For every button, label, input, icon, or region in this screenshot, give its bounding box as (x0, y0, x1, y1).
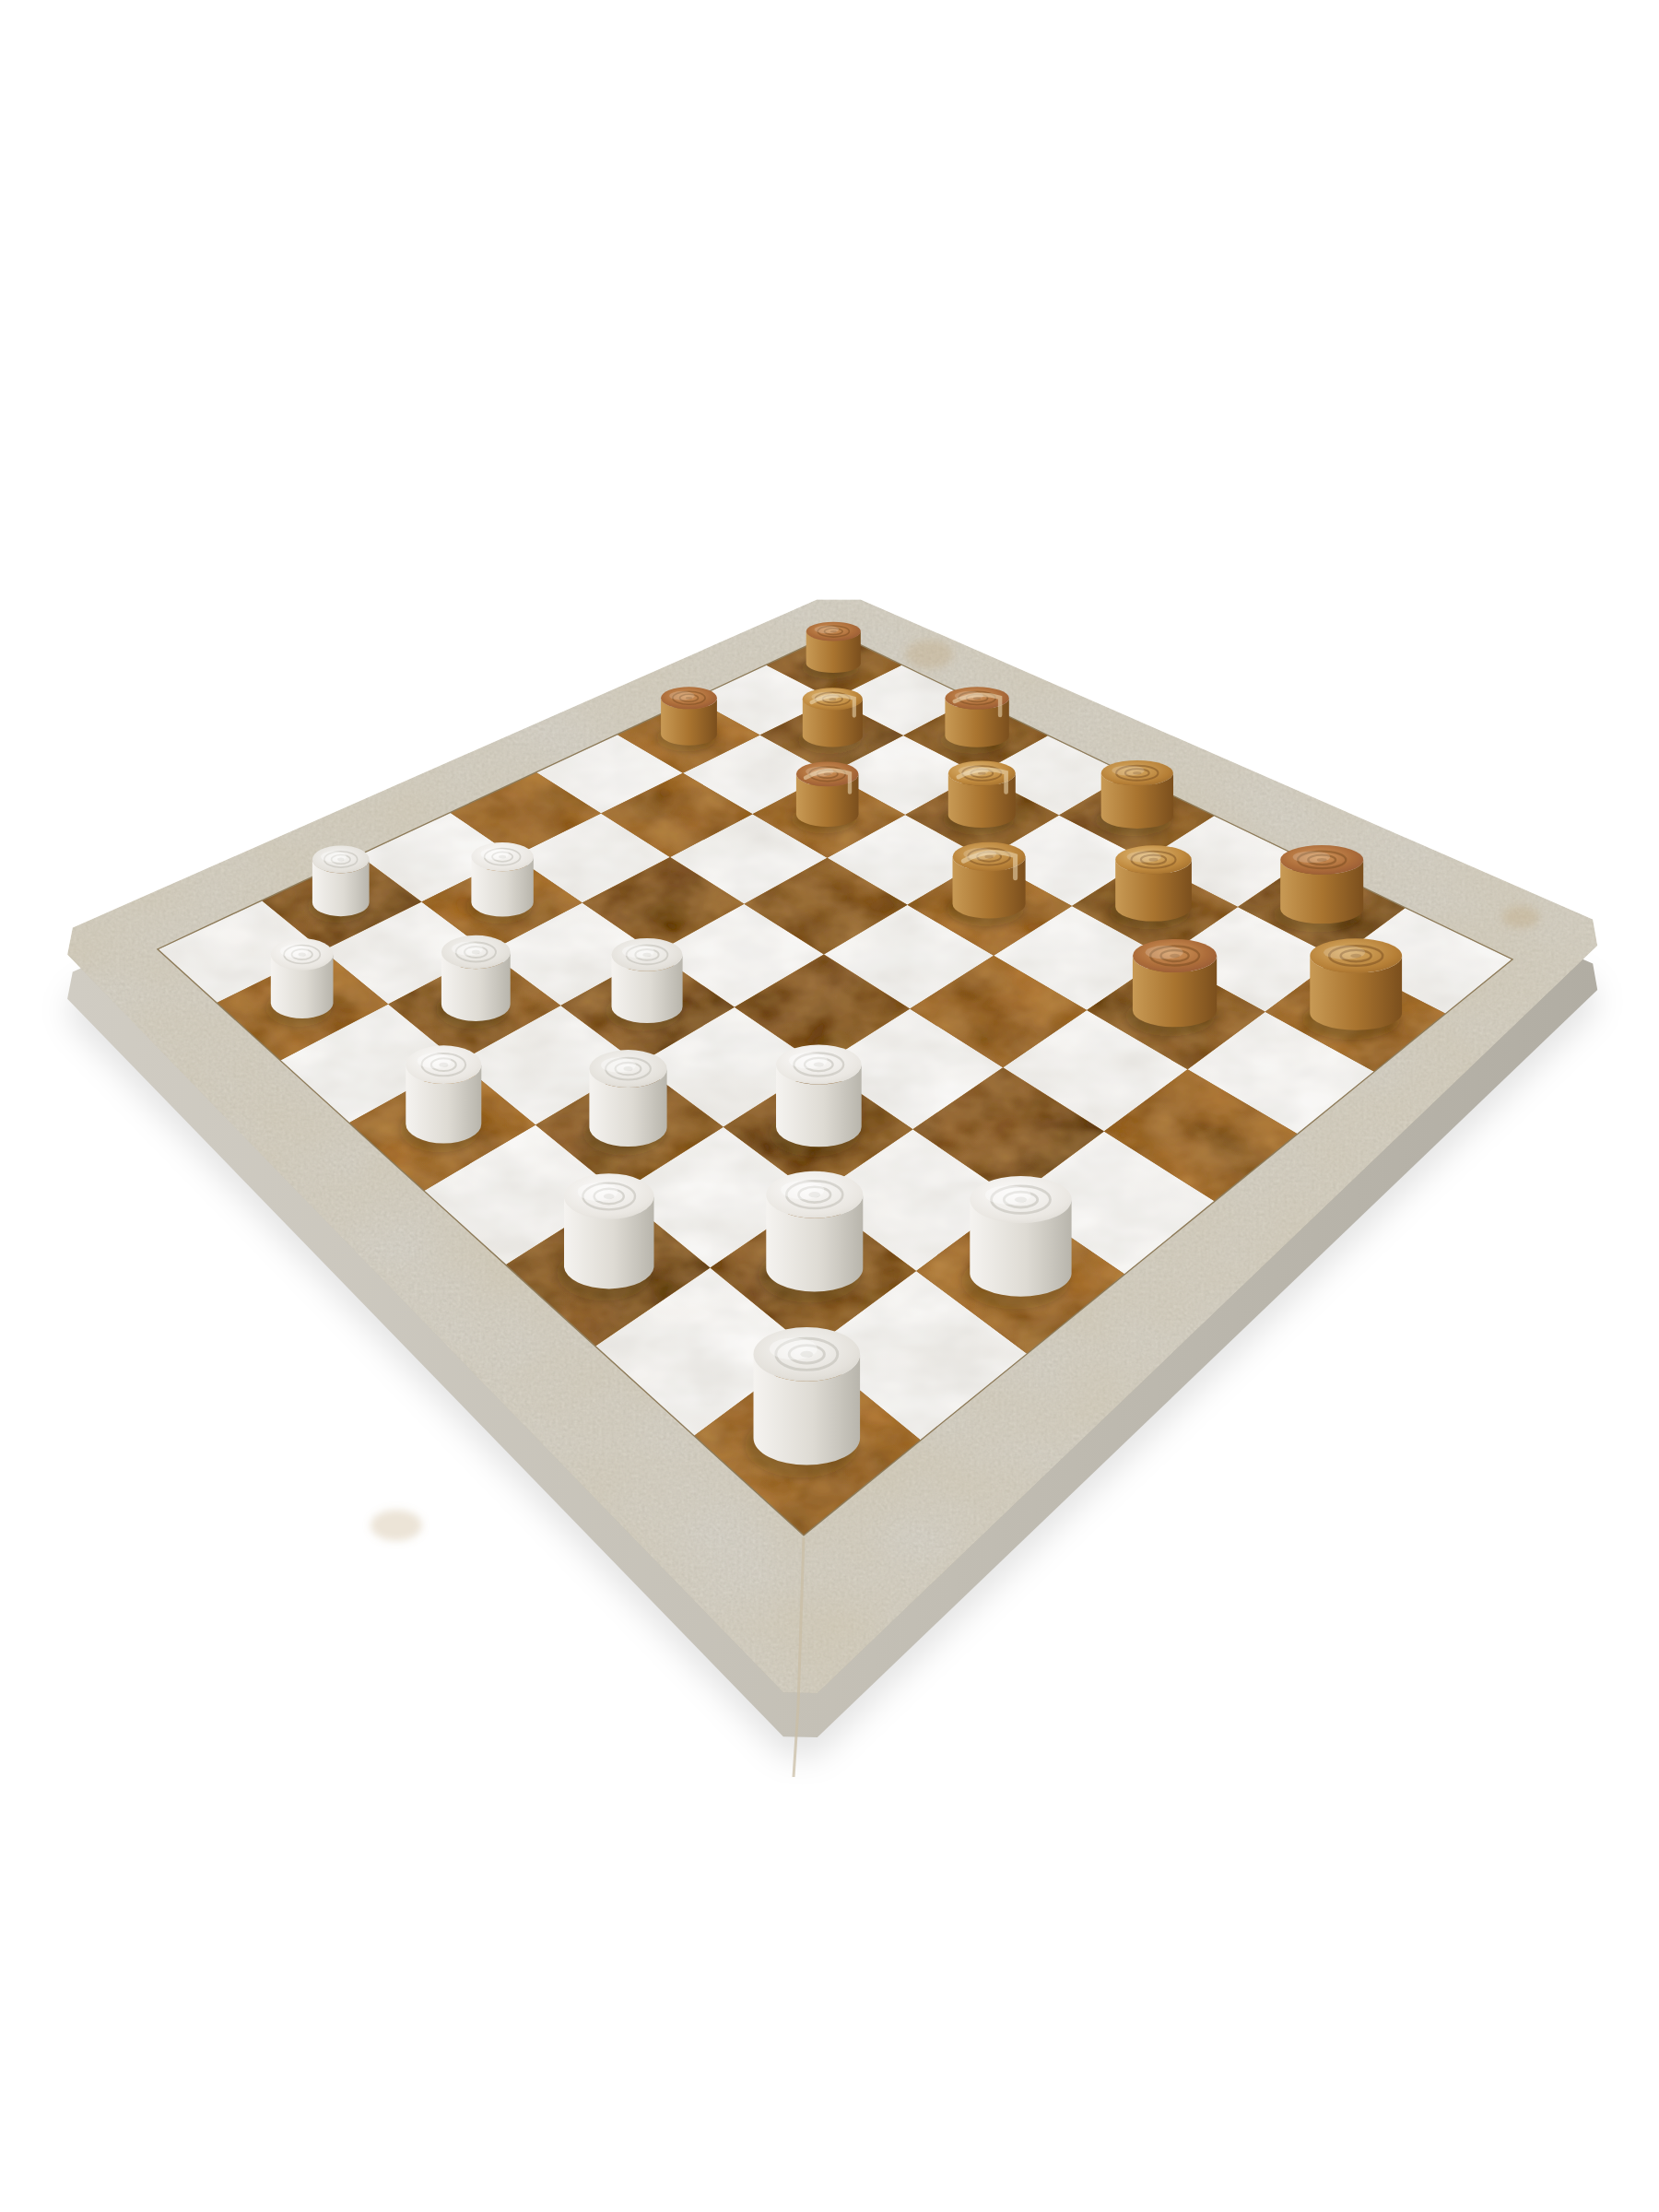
checker-brown-r2c2[interactable] (798, 688, 863, 754)
checker-brown-r3c1[interactable] (656, 687, 717, 751)
piece-highlight (963, 848, 996, 860)
marble-checkers-board-photo (0, 0, 1659, 2212)
piece-highlight (806, 767, 833, 777)
piece-highlight (1324, 946, 1365, 959)
piece-highlight (1112, 766, 1144, 776)
piece-highlight (955, 691, 983, 700)
checker-brown-r3c3[interactable] (792, 761, 859, 833)
checker-white-r7c5[interactable] (583, 1050, 667, 1156)
piece-highlight (959, 766, 989, 776)
border-stain (905, 640, 953, 668)
checker-brown-r1c7[interactable] (1274, 845, 1363, 932)
checker-white-r7c1[interactable] (308, 845, 370, 923)
border-stain (371, 1510, 422, 1541)
piece-highlight (812, 692, 839, 701)
piece-highlight (481, 848, 509, 860)
checker-white-r8c2[interactable] (265, 938, 333, 1027)
checker-brown-r3c7[interactable] (1126, 939, 1218, 1036)
product-photo-canvas (0, 0, 1659, 2212)
checker-brown-r1c3[interactable] (940, 687, 1009, 754)
piece-highlight (1146, 946, 1183, 959)
checker-brown-r3c5[interactable] (947, 842, 1025, 926)
piece-highlight (1293, 851, 1331, 863)
checker-brown-r2c4[interactable] (943, 760, 1016, 834)
piece-highlight (418, 1053, 452, 1069)
checker-white-r7c7[interactable] (759, 1171, 864, 1303)
checker-white-r6c8[interactable] (961, 1176, 1071, 1310)
piece-highlight (781, 1181, 824, 1199)
piece-highlight (789, 1053, 828, 1068)
checker-brown-r2c8[interactable] (1302, 938, 1402, 1040)
piece-highlight (578, 1182, 618, 1201)
piece-highlight (321, 851, 347, 862)
checker-white-r8c4[interactable] (400, 1045, 482, 1152)
piece-highlight (622, 945, 654, 958)
piece-highlight (601, 1057, 636, 1072)
piece-highlight (452, 942, 483, 956)
piece-highlight (280, 945, 308, 958)
checker-brown-r1c1[interactable] (802, 622, 861, 679)
piece-highlight (1127, 851, 1161, 862)
checker-white-r6c4[interactable] (606, 938, 682, 1031)
piece-highlight (985, 1185, 1031, 1204)
checker-white-r7c3[interactable] (436, 935, 511, 1030)
checker-white-r8c8[interactable] (745, 1327, 860, 1478)
piece-highlight (770, 1338, 818, 1360)
piece-highlight (815, 626, 840, 633)
checker-white-r8c6[interactable] (557, 1173, 653, 1300)
checker-white-r6c2[interactable] (466, 842, 534, 924)
piece-highlight (669, 691, 694, 700)
checker-brown-r2c6[interactable] (1110, 845, 1192, 929)
border-stain (1502, 906, 1539, 928)
checker-white-r6c6[interactable] (770, 1045, 862, 1158)
checker-brown-r1c5[interactable] (1095, 760, 1173, 836)
